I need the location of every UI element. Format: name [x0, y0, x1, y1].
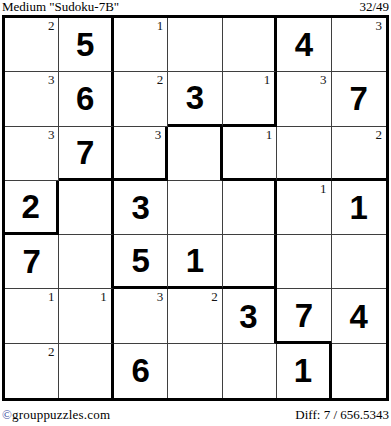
- cell-r3c3[interactable]: 3: [114, 127, 168, 181]
- cell-r3c2[interactable]: 7: [59, 127, 113, 181]
- cell-r2c3[interactable]: 2: [114, 72, 168, 126]
- cell-r7c2[interactable]: [59, 344, 113, 398]
- given-digit: 7: [350, 82, 368, 115]
- cell-r6c3[interactable]: 3: [114, 289, 168, 343]
- given-digit: 3: [131, 191, 149, 224]
- cell-r4c1[interactable]: 2: [5, 181, 59, 235]
- cell-r6c6[interactable]: 7: [277, 289, 331, 343]
- given-digit: 1: [350, 191, 368, 224]
- cell-r2c1[interactable]: 3: [5, 72, 59, 126]
- cell-r5c7[interactable]: [332, 235, 386, 289]
- cell-r2c5[interactable]: 1: [223, 72, 277, 126]
- given-digit: 5: [131, 244, 149, 277]
- pencil-mark: 2: [48, 18, 55, 33]
- pencil-mark: 2: [157, 72, 164, 87]
- cell-r6c1[interactable]: 1: [5, 289, 59, 343]
- pencil-mark: 1: [48, 289, 55, 304]
- pencil-mark: 1: [320, 181, 327, 196]
- given-digit: 7: [76, 136, 94, 169]
- given-digit: 1: [186, 244, 204, 277]
- pencil-mark: 2: [211, 289, 218, 304]
- cell-r3c4[interactable]: [168, 127, 222, 181]
- pencil-mark: 3: [48, 127, 55, 142]
- pencil-mark: 3: [48, 72, 55, 87]
- diff-score: Diff: 7 / 656.5343: [295, 407, 389, 422]
- cell-r4c4[interactable]: [168, 181, 222, 235]
- cell-r1c1[interactable]: 2: [5, 18, 59, 72]
- given-digit: 6: [131, 354, 149, 387]
- cell-r6c2[interactable]: 1: [59, 289, 113, 343]
- header: Medium "Sudoku-7B" 32/49: [2, 0, 389, 15]
- given-digit: 3: [186, 81, 204, 114]
- pencil-mark: 1: [157, 18, 164, 33]
- cell-r6c7[interactable]: 4: [332, 289, 386, 343]
- cell-r1c7[interactable]: 3: [332, 18, 386, 72]
- cell-r2c7[interactable]: 7: [332, 72, 386, 126]
- cell-r7c3[interactable]: 6: [114, 344, 168, 398]
- pencil-mark: 1: [100, 289, 107, 304]
- cell-r2c4[interactable]: 3: [168, 72, 222, 126]
- pencil-mark: 3: [320, 72, 327, 87]
- cell-r7c4[interactable]: [168, 344, 222, 398]
- cell-r4c2[interactable]: [59, 181, 113, 235]
- given-digit: 4: [350, 300, 368, 333]
- cell-r6c5[interactable]: 3: [223, 289, 277, 343]
- cell-r5c4[interactable]: 1: [168, 235, 222, 289]
- pencil-mark: 1: [264, 72, 271, 87]
- cell-r1c5[interactable]: [223, 18, 277, 72]
- cell-r7c5[interactable]: [223, 344, 277, 398]
- pencil-mark: 1: [266, 127, 273, 142]
- pencil-mark: 3: [157, 289, 164, 304]
- given-digit: 4: [295, 28, 313, 61]
- given-digit: 7: [23, 245, 41, 278]
- cell-r2c2[interactable]: 6: [59, 72, 113, 126]
- cell-r3c1[interactable]: 3: [5, 127, 59, 181]
- pencil-mark: 2: [375, 127, 382, 142]
- given-digit: 5: [76, 28, 94, 61]
- cell-r6c4[interactable]: 2: [168, 289, 222, 343]
- footer: ©grouppuzzles.com Diff: 7 / 656.5343: [2, 407, 389, 424]
- cell-r3c5[interactable]: 1: [223, 127, 277, 181]
- cell-r5c2[interactable]: [59, 235, 113, 289]
- copyright-symbol: ©: [2, 407, 12, 422]
- pencil-mark: 3: [155, 127, 162, 142]
- puzzle-title: Medium "Sudoku-7B": [2, 0, 119, 14]
- given-digit: 3: [239, 300, 257, 333]
- cell-r1c4[interactable]: [168, 18, 222, 72]
- given-digit: 6: [76, 82, 94, 115]
- cell-r1c3[interactable]: 1: [114, 18, 168, 72]
- cell-r3c7[interactable]: 2: [332, 127, 386, 181]
- copyright-site: grouppuzzles.com: [12, 407, 110, 422]
- cell-r4c7[interactable]: 1: [332, 181, 386, 235]
- progress-counter: 32/49: [359, 0, 389, 14]
- pencil-mark: 3: [375, 18, 382, 33]
- given-digit: 2: [22, 190, 40, 223]
- cell-r7c7[interactable]: [332, 344, 386, 398]
- copyright: ©grouppuzzles.com: [2, 407, 110, 422]
- cell-r5c6[interactable]: [277, 235, 331, 289]
- given-digit: 7: [295, 299, 313, 332]
- sudoku-board: 2514336231373731223117511132374261: [2, 15, 389, 401]
- cell-r1c2[interactable]: 5: [59, 18, 113, 72]
- pencil-mark: 2: [48, 344, 55, 359]
- cell-r7c6[interactable]: 1: [277, 344, 331, 398]
- cell-r5c3[interactable]: 5: [114, 235, 168, 289]
- cell-r7c1[interactable]: 2: [5, 344, 59, 398]
- given-digit: 1: [294, 354, 312, 387]
- cell-r1c6[interactable]: 4: [277, 18, 331, 72]
- cell-r2c6[interactable]: 3: [277, 72, 331, 126]
- cell-r3c6[interactable]: [277, 127, 331, 181]
- cell-r5c1[interactable]: 7: [5, 235, 59, 289]
- cell-r4c3[interactable]: 3: [114, 181, 168, 235]
- cell-r4c5[interactable]: [223, 181, 277, 235]
- cell-r4c6[interactable]: 1: [277, 181, 331, 235]
- cell-r5c5[interactable]: [223, 235, 277, 289]
